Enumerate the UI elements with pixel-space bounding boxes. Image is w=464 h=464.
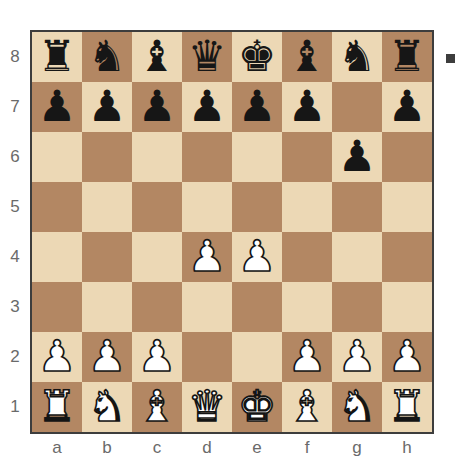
piece-white-rook: ♜: [388, 385, 427, 428]
square-f1[interactable]: ♝: [282, 382, 332, 432]
piece-white-bishop: ♝: [138, 385, 177, 428]
file-label-c: c: [132, 434, 182, 462]
file-label-g: g: [332, 434, 382, 462]
square-a5[interactable]: [32, 182, 82, 232]
square-b2[interactable]: ♟: [82, 332, 132, 382]
rank-label-3: 3: [0, 282, 30, 332]
piece-black-bishop: ♝: [138, 35, 177, 78]
square-f5[interactable]: [282, 182, 332, 232]
square-c3[interactable]: [132, 282, 182, 332]
piece-black-rook: ♜: [38, 35, 77, 78]
square-d5[interactable]: [182, 182, 232, 232]
square-h1[interactable]: ♜: [382, 382, 432, 432]
file-label-b: b: [82, 434, 132, 462]
piece-white-knight: ♞: [338, 385, 377, 428]
square-e8[interactable]: ♚: [232, 32, 282, 82]
piece-black-king: ♚: [238, 35, 277, 78]
square-c1[interactable]: ♝: [132, 382, 182, 432]
square-f6[interactable]: [282, 132, 332, 182]
piece-white-pawn: ♟: [88, 335, 127, 378]
square-h7[interactable]: ♟: [382, 82, 432, 132]
square-d7[interactable]: ♟: [182, 82, 232, 132]
square-c7[interactable]: ♟: [132, 82, 182, 132]
square-b5[interactable]: [82, 182, 132, 232]
rank-labels: 87654321: [0, 32, 30, 432]
rank-label-2: 2: [0, 332, 30, 382]
square-g7[interactable]: [332, 82, 382, 132]
square-e6[interactable]: [232, 132, 282, 182]
piece-black-pawn: ♟: [288, 85, 327, 128]
piece-white-pawn: ♟: [138, 335, 177, 378]
rank-label-4: 4: [0, 232, 30, 282]
piece-white-pawn: ♟: [388, 335, 427, 378]
square-e3[interactable]: [232, 282, 282, 332]
square-b4[interactable]: [82, 232, 132, 282]
rank-label-6: 6: [0, 132, 30, 182]
piece-white-pawn: ♟: [188, 235, 227, 278]
square-c6[interactable]: [132, 132, 182, 182]
piece-white-knight: ♞: [88, 385, 127, 428]
square-b7[interactable]: ♟: [82, 82, 132, 132]
piece-white-pawn: ♟: [38, 335, 77, 378]
square-e1[interactable]: ♚: [232, 382, 282, 432]
square-h8[interactable]: ♜: [382, 32, 432, 82]
piece-white-king: ♚: [238, 385, 277, 428]
square-a7[interactable]: ♟: [32, 82, 82, 132]
square-c5[interactable]: [132, 182, 182, 232]
piece-black-pawn: ♟: [188, 85, 227, 128]
square-d2[interactable]: [182, 332, 232, 382]
square-e5[interactable]: [232, 182, 282, 232]
square-c4[interactable]: [132, 232, 182, 282]
piece-white-pawn: ♟: [288, 335, 327, 378]
file-label-f: f: [282, 434, 332, 462]
square-g5[interactable]: [332, 182, 382, 232]
piece-black-bishop: ♝: [288, 35, 327, 78]
square-f7[interactable]: ♟: [282, 82, 332, 132]
square-e4[interactable]: ♟: [232, 232, 282, 282]
square-f3[interactable]: [282, 282, 332, 332]
piece-white-rook: ♜: [38, 385, 77, 428]
rank-label-7: 7: [0, 82, 30, 132]
square-h4[interactable]: [382, 232, 432, 282]
square-a8[interactable]: ♜: [32, 32, 82, 82]
piece-white-pawn: ♟: [338, 335, 377, 378]
square-a3[interactable]: [32, 282, 82, 332]
file-labels: abcdefgh: [32, 434, 432, 462]
square-d6[interactable]: [182, 132, 232, 182]
square-h6[interactable]: [382, 132, 432, 182]
file-label-e: e: [232, 434, 282, 462]
square-a1[interactable]: ♜: [32, 382, 82, 432]
piece-black-knight: ♞: [88, 35, 127, 78]
piece-white-queen: ♛: [188, 385, 227, 428]
piece-black-rook: ♜: [388, 35, 427, 78]
square-g6[interactable]: ♟: [332, 132, 382, 182]
piece-black-pawn: ♟: [38, 85, 77, 128]
square-g2[interactable]: ♟: [332, 332, 382, 382]
piece-black-knight: ♞: [338, 35, 377, 78]
square-b3[interactable]: [82, 282, 132, 332]
square-g3[interactable]: [332, 282, 382, 332]
rank-label-1: 1: [0, 382, 30, 432]
square-e2[interactable]: [232, 332, 282, 382]
file-label-h: h: [382, 434, 432, 462]
piece-black-pawn: ♟: [388, 85, 427, 128]
rank-label-8: 8: [0, 32, 30, 82]
black-to-move-indicator-icon: [446, 54, 455, 63]
square-h5[interactable]: [382, 182, 432, 232]
piece-black-queen: ♛: [188, 35, 227, 78]
square-d3[interactable]: [182, 282, 232, 332]
square-a6[interactable]: [32, 132, 82, 182]
square-g1[interactable]: ♞: [332, 382, 382, 432]
piece-black-pawn: ♟: [88, 85, 127, 128]
rank-label-5: 5: [0, 182, 30, 232]
square-g4[interactable]: [332, 232, 382, 282]
square-f4[interactable]: [282, 232, 332, 282]
square-b8[interactable]: ♞: [82, 32, 132, 82]
square-f2[interactable]: ♟: [282, 332, 332, 382]
square-g8[interactable]: ♞: [332, 32, 382, 82]
piece-black-pawn: ♟: [338, 135, 377, 178]
file-label-a: a: [32, 434, 82, 462]
piece-black-pawn: ♟: [138, 85, 177, 128]
square-d4[interactable]: ♟: [182, 232, 232, 282]
square-h3[interactable]: [382, 282, 432, 332]
square-b1[interactable]: ♞: [82, 382, 132, 432]
square-a4[interactable]: [32, 232, 82, 282]
square-d1[interactable]: ♛: [182, 382, 232, 432]
piece-white-bishop: ♝: [288, 385, 327, 428]
file-label-d: d: [182, 434, 232, 462]
square-e7[interactable]: ♟: [232, 82, 282, 132]
square-f8[interactable]: ♝: [282, 32, 332, 82]
square-h2[interactable]: ♟: [382, 332, 432, 382]
square-c8[interactable]: ♝: [132, 32, 182, 82]
chess-board: ♜♞♝♛♚♝♞♜♟♟♟♟♟♟♟♟♟♟♟♟♟♟♟♟♜♞♝♛♚♝♞♜: [30, 30, 434, 434]
chess-diagram: 87654321 ♜♞♝♛♚♝♞♜♟♟♟♟♟♟♟♟♟♟♟♟♟♟♟♟♜♞♝♛♚♝♞…: [0, 0, 464, 464]
square-a2[interactable]: ♟: [32, 332, 82, 382]
square-b6[interactable]: [82, 132, 132, 182]
square-d8[interactable]: ♛: [182, 32, 232, 82]
square-c2[interactable]: ♟: [132, 332, 182, 382]
piece-black-pawn: ♟: [238, 85, 277, 128]
piece-white-pawn: ♟: [238, 235, 277, 278]
